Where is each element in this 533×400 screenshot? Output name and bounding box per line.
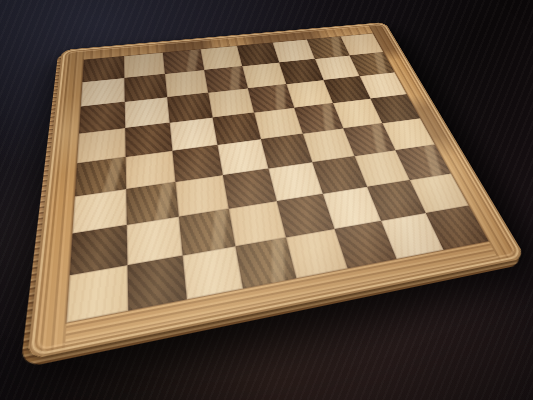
chessboard — [27, 22, 526, 360]
photo-background — [0, 0, 533, 400]
